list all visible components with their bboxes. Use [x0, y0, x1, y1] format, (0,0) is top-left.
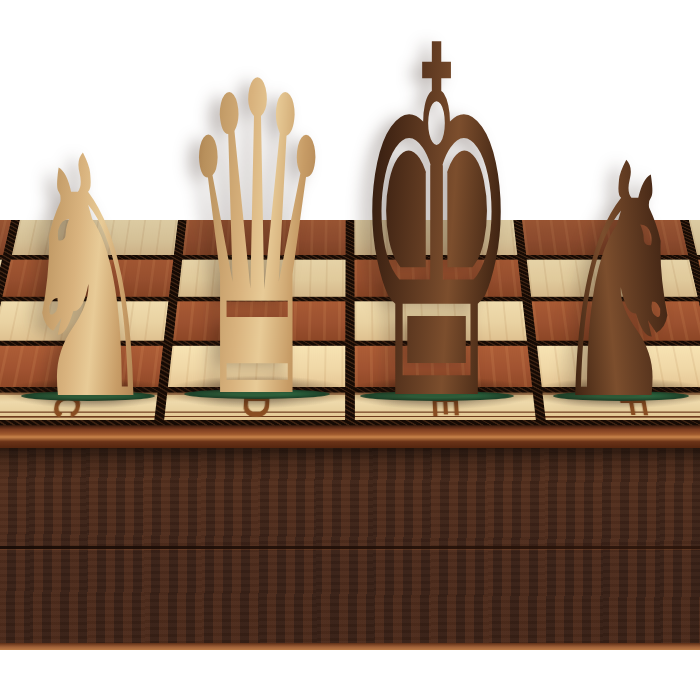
square-c3 — [2, 260, 174, 297]
board-front-edge — [0, 425, 700, 448]
square-b3 — [0, 260, 2, 297]
file-label-cell-d: D — [164, 393, 345, 420]
square-f2 — [531, 301, 700, 340]
square-c4 — [12, 220, 179, 255]
box-bottom-edge — [0, 643, 700, 650]
square-d2 — [173, 301, 345, 340]
box-front — [0, 448, 700, 650]
square-d3 — [178, 260, 345, 297]
product-photo-stage: CDEF ♞♛♚♞ — [0, 0, 700, 700]
square-d4 — [183, 220, 346, 255]
square-d1 — [168, 346, 345, 388]
square-g4 — [689, 220, 700, 255]
square-e2 — [355, 301, 527, 340]
file-letter-c: C — [47, 394, 86, 419]
square-c1 — [0, 346, 163, 388]
box-lid-seam — [0, 546, 700, 549]
square-e4 — [354, 220, 517, 255]
file-letter-e: E — [426, 395, 462, 418]
square-e3 — [354, 260, 521, 297]
square-e1 — [355, 346, 532, 388]
file-label-cell-f: F — [542, 393, 700, 420]
file-label-cell-e: E — [355, 393, 536, 420]
square-c2 — [0, 301, 169, 340]
square-b4 — [0, 220, 11, 255]
square-f1 — [537, 346, 700, 388]
chessboard: CDEF — [0, 220, 700, 448]
square-f4 — [522, 220, 689, 255]
file-letter-d: D — [237, 394, 274, 419]
file-label-cell-c: C — [0, 393, 158, 420]
file-letter-f: F — [614, 396, 653, 417]
square-f3 — [526, 260, 698, 297]
